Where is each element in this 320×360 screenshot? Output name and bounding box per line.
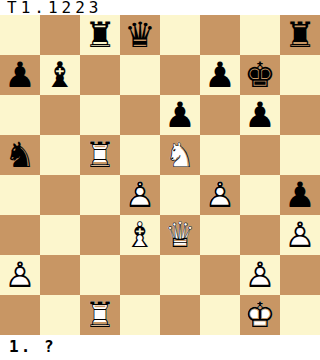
square-f6[interactable] — [200, 95, 240, 135]
square-h1[interactable] — [280, 295, 320, 335]
square-e7[interactable] — [160, 55, 200, 95]
black-knight: ♞ — [0, 135, 40, 175]
square-c8[interactable]: ♜ — [80, 15, 120, 55]
square-a1[interactable] — [0, 295, 40, 335]
square-c3[interactable] — [80, 215, 120, 255]
square-c6[interactable] — [80, 95, 120, 135]
square-c1[interactable]: ♜♖ — [80, 295, 120, 335]
square-e8[interactable] — [160, 15, 200, 55]
square-f8[interactable] — [200, 15, 240, 55]
square-a2[interactable]: ♟♙ — [0, 255, 40, 295]
white-rook: ♖ — [80, 135, 120, 175]
white-pawn: ♙ — [200, 175, 240, 215]
square-b6[interactable] — [40, 95, 80, 135]
square-c4[interactable] — [80, 175, 120, 215]
square-h7[interactable] — [280, 55, 320, 95]
move-prompt-label: 1. ? — [0, 335, 320, 360]
square-a3[interactable] — [0, 215, 40, 255]
square-f1[interactable] — [200, 295, 240, 335]
white-queen: ♕ — [160, 215, 200, 255]
square-h6[interactable] — [280, 95, 320, 135]
square-d1[interactable] — [120, 295, 160, 335]
square-b8[interactable] — [40, 15, 80, 55]
square-e1[interactable] — [160, 295, 200, 335]
square-f7[interactable]: ♟ — [200, 55, 240, 95]
square-e4[interactable] — [160, 175, 200, 215]
square-d6[interactable] — [120, 95, 160, 135]
black-rook: ♜ — [80, 15, 120, 55]
square-g8[interactable] — [240, 15, 280, 55]
square-d7[interactable] — [120, 55, 160, 95]
square-b4[interactable] — [40, 175, 80, 215]
square-b5[interactable] — [40, 135, 80, 175]
white-pawn: ♙ — [0, 255, 40, 295]
white-pawn: ♙ — [120, 175, 160, 215]
black-pawn: ♟ — [240, 95, 280, 135]
square-d8[interactable]: ♛ — [120, 15, 160, 55]
white-knight: ♘ — [160, 135, 200, 175]
square-d2[interactable] — [120, 255, 160, 295]
square-a6[interactable] — [0, 95, 40, 135]
square-e6[interactable]: ♟ — [160, 95, 200, 135]
black-queen: ♛ — [120, 15, 160, 55]
square-c5[interactable]: ♜♖ — [80, 135, 120, 175]
square-f2[interactable] — [200, 255, 240, 295]
puzzle-id-label: T1.1223 — [0, 0, 320, 15]
square-c7[interactable] — [80, 55, 120, 95]
square-d4[interactable]: ♟♙ — [120, 175, 160, 215]
square-g6[interactable]: ♟ — [240, 95, 280, 135]
square-a7[interactable]: ♟ — [0, 55, 40, 95]
black-pawn: ♟ — [200, 55, 240, 95]
white-rook: ♖ — [80, 295, 120, 335]
square-g7[interactable]: ♚ — [240, 55, 280, 95]
square-c2[interactable] — [80, 255, 120, 295]
square-g4[interactable] — [240, 175, 280, 215]
square-e5[interactable]: ♞♘ — [160, 135, 200, 175]
square-a5[interactable]: ♞ — [0, 135, 40, 175]
chess-board: ♜♛♜♟♝♟♚♟♟♞♜♖♞♘♟♙♟♙♟♝♗♛♕♟♙♟♙♟♙♜♖♚♔ — [0, 15, 320, 335]
black-pawn: ♟ — [280, 175, 320, 215]
square-h4[interactable]: ♟ — [280, 175, 320, 215]
square-g5[interactable] — [240, 135, 280, 175]
square-a4[interactable] — [0, 175, 40, 215]
black-pawn: ♟ — [0, 55, 40, 95]
black-pawn: ♟ — [160, 95, 200, 135]
square-g3[interactable] — [240, 215, 280, 255]
square-f3[interactable] — [200, 215, 240, 255]
square-h5[interactable] — [280, 135, 320, 175]
square-f5[interactable] — [200, 135, 240, 175]
square-b1[interactable] — [40, 295, 80, 335]
white-pawn: ♙ — [240, 255, 280, 295]
square-g1[interactable]: ♚♔ — [240, 295, 280, 335]
square-d5[interactable] — [120, 135, 160, 175]
square-h3[interactable]: ♟♙ — [280, 215, 320, 255]
black-bishop: ♝ — [40, 55, 80, 95]
square-d3[interactable]: ♝♗ — [120, 215, 160, 255]
black-king: ♚ — [240, 55, 280, 95]
square-b2[interactable] — [40, 255, 80, 295]
square-b7[interactable]: ♝ — [40, 55, 80, 95]
square-g2[interactable]: ♟♙ — [240, 255, 280, 295]
square-a8[interactable] — [0, 15, 40, 55]
white-pawn: ♙ — [280, 215, 320, 255]
square-h8[interactable]: ♜ — [280, 15, 320, 55]
square-f4[interactable]: ♟♙ — [200, 175, 240, 215]
square-h2[interactable] — [280, 255, 320, 295]
square-e2[interactable] — [160, 255, 200, 295]
black-rook: ♜ — [280, 15, 320, 55]
square-e3[interactable]: ♛♕ — [160, 215, 200, 255]
white-bishop: ♗ — [120, 215, 160, 255]
white-king: ♔ — [240, 295, 280, 335]
square-b3[interactable] — [40, 215, 80, 255]
